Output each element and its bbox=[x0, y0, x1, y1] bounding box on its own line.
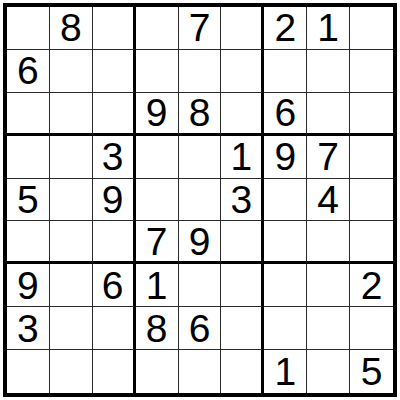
cell-r6c1[interactable] bbox=[7, 221, 50, 264]
cell-r5c2[interactable] bbox=[50, 179, 93, 222]
cell-r9c1[interactable] bbox=[7, 350, 50, 393]
cell-r1c6[interactable] bbox=[221, 7, 264, 50]
cell-r5c6[interactable]: 3 bbox=[221, 179, 264, 222]
cell-r9c5[interactable] bbox=[179, 350, 222, 393]
cell-r8c8[interactable] bbox=[307, 307, 350, 350]
cell-r8c4[interactable]: 8 bbox=[136, 307, 179, 350]
cell-r2c1[interactable]: 6 bbox=[7, 50, 50, 93]
cell-r2c5[interactable] bbox=[179, 50, 222, 93]
cell-r1c8[interactable]: 1 bbox=[307, 7, 350, 50]
cell-r1c3[interactable] bbox=[93, 7, 136, 50]
cell-r4c7[interactable]: 9 bbox=[264, 136, 307, 179]
cell-r2c9[interactable] bbox=[350, 50, 393, 93]
cell-r1c4[interactable] bbox=[136, 7, 179, 50]
cell-r3c3[interactable] bbox=[93, 93, 136, 136]
cell-r6c3[interactable] bbox=[93, 221, 136, 264]
cell-r7c6[interactable] bbox=[221, 264, 264, 307]
cell-r5c4[interactable] bbox=[136, 179, 179, 222]
cell-r4c1[interactable] bbox=[7, 136, 50, 179]
cell-r2c6[interactable] bbox=[221, 50, 264, 93]
cell-r8c5[interactable]: 6 bbox=[179, 307, 222, 350]
cell-r7c7[interactable] bbox=[264, 264, 307, 307]
cell-r4c6[interactable]: 1 bbox=[221, 136, 264, 179]
cell-r8c2[interactable] bbox=[50, 307, 93, 350]
cell-r7c8[interactable] bbox=[307, 264, 350, 307]
cell-r4c5[interactable] bbox=[179, 136, 222, 179]
cell-r7c5[interactable] bbox=[179, 264, 222, 307]
cell-r4c9[interactable] bbox=[350, 136, 393, 179]
cell-r9c4[interactable] bbox=[136, 350, 179, 393]
cell-r2c7[interactable] bbox=[264, 50, 307, 93]
cell-r3c8[interactable] bbox=[307, 93, 350, 136]
cell-r4c4[interactable] bbox=[136, 136, 179, 179]
cell-r9c8[interactable] bbox=[307, 350, 350, 393]
cell-r8c1[interactable]: 3 bbox=[7, 307, 50, 350]
cell-r2c4[interactable] bbox=[136, 50, 179, 93]
cell-r3c6[interactable] bbox=[221, 93, 264, 136]
cell-r3c1[interactable] bbox=[7, 93, 50, 136]
cell-r9c6[interactable] bbox=[221, 350, 264, 393]
cell-r2c3[interactable] bbox=[93, 50, 136, 93]
cell-r5c9[interactable] bbox=[350, 179, 393, 222]
cell-r8c6[interactable] bbox=[221, 307, 264, 350]
cell-r1c1[interactable] bbox=[7, 7, 50, 50]
sudoku-board: 872169863197593479961238615 bbox=[3, 3, 397, 397]
cell-r7c2[interactable] bbox=[50, 264, 93, 307]
cell-r1c7[interactable]: 2 bbox=[264, 7, 307, 50]
cell-r6c5[interactable]: 9 bbox=[179, 221, 222, 264]
cell-r7c4[interactable]: 1 bbox=[136, 264, 179, 307]
cell-r5c3[interactable]: 9 bbox=[93, 179, 136, 222]
cell-r3c9[interactable] bbox=[350, 93, 393, 136]
cell-r2c2[interactable] bbox=[50, 50, 93, 93]
cell-r6c9[interactable] bbox=[350, 221, 393, 264]
cell-r6c7[interactable] bbox=[264, 221, 307, 264]
cell-r4c3[interactable]: 3 bbox=[93, 136, 136, 179]
cell-r8c9[interactable] bbox=[350, 307, 393, 350]
cell-r8c3[interactable] bbox=[93, 307, 136, 350]
cell-r9c7[interactable]: 1 bbox=[264, 350, 307, 393]
cell-r1c9[interactable] bbox=[350, 7, 393, 50]
cell-r4c8[interactable]: 7 bbox=[307, 136, 350, 179]
cell-r9c3[interactable] bbox=[93, 350, 136, 393]
cell-r6c6[interactable] bbox=[221, 221, 264, 264]
cell-r5c5[interactable] bbox=[179, 179, 222, 222]
cell-r6c2[interactable] bbox=[50, 221, 93, 264]
cell-r5c7[interactable] bbox=[264, 179, 307, 222]
cell-r3c4[interactable]: 9 bbox=[136, 93, 179, 136]
cell-r3c7[interactable]: 6 bbox=[264, 93, 307, 136]
cell-r6c4[interactable]: 7 bbox=[136, 221, 179, 264]
cell-r9c2[interactable] bbox=[50, 350, 93, 393]
cell-r7c1[interactable]: 9 bbox=[7, 264, 50, 307]
cell-r3c2[interactable] bbox=[50, 93, 93, 136]
cell-r7c9[interactable]: 2 bbox=[350, 264, 393, 307]
cell-r8c7[interactable] bbox=[264, 307, 307, 350]
cell-r7c3[interactable]: 6 bbox=[93, 264, 136, 307]
cell-r5c8[interactable]: 4 bbox=[307, 179, 350, 222]
cell-r2c8[interactable] bbox=[307, 50, 350, 93]
cell-r6c8[interactable] bbox=[307, 221, 350, 264]
cell-r3c5[interactable]: 8 bbox=[179, 93, 222, 136]
cell-r9c9[interactable]: 5 bbox=[350, 350, 393, 393]
sudoku-page: 872169863197593479961238615 bbox=[0, 0, 400, 400]
cell-r1c5[interactable]: 7 bbox=[179, 7, 222, 50]
cell-r1c2[interactable]: 8 bbox=[50, 7, 93, 50]
cell-r4c2[interactable] bbox=[50, 136, 93, 179]
cell-r5c1[interactable]: 5 bbox=[7, 179, 50, 222]
